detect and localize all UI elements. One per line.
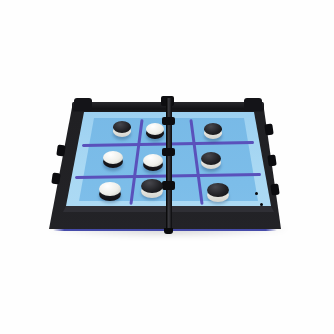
piece-r1c2-black[interactable]	[201, 152, 221, 173]
pieces-layer	[0, 0, 334, 334]
tictactoe-board	[0, 0, 334, 334]
piece-r0c2-black[interactable]	[204, 123, 223, 142]
piece-r1c1-white[interactable]	[143, 154, 163, 175]
piece-face	[207, 183, 229, 197]
piece-r0c0-black[interactable]	[113, 121, 132, 140]
piece-face	[141, 179, 163, 193]
piece-r0c1-white[interactable]	[146, 123, 165, 142]
piece-face	[143, 154, 163, 167]
piece-r2c0-white[interactable]	[99, 182, 121, 204]
piece-face	[201, 152, 221, 165]
piece-r1c0-white[interactable]	[103, 151, 123, 172]
photo-canvas	[0, 0, 334, 334]
piece-r2c2-black[interactable]	[207, 183, 229, 205]
piece-face	[103, 151, 123, 164]
piece-face	[99, 182, 121, 196]
piece-r2c1-black[interactable]	[141, 179, 163, 201]
